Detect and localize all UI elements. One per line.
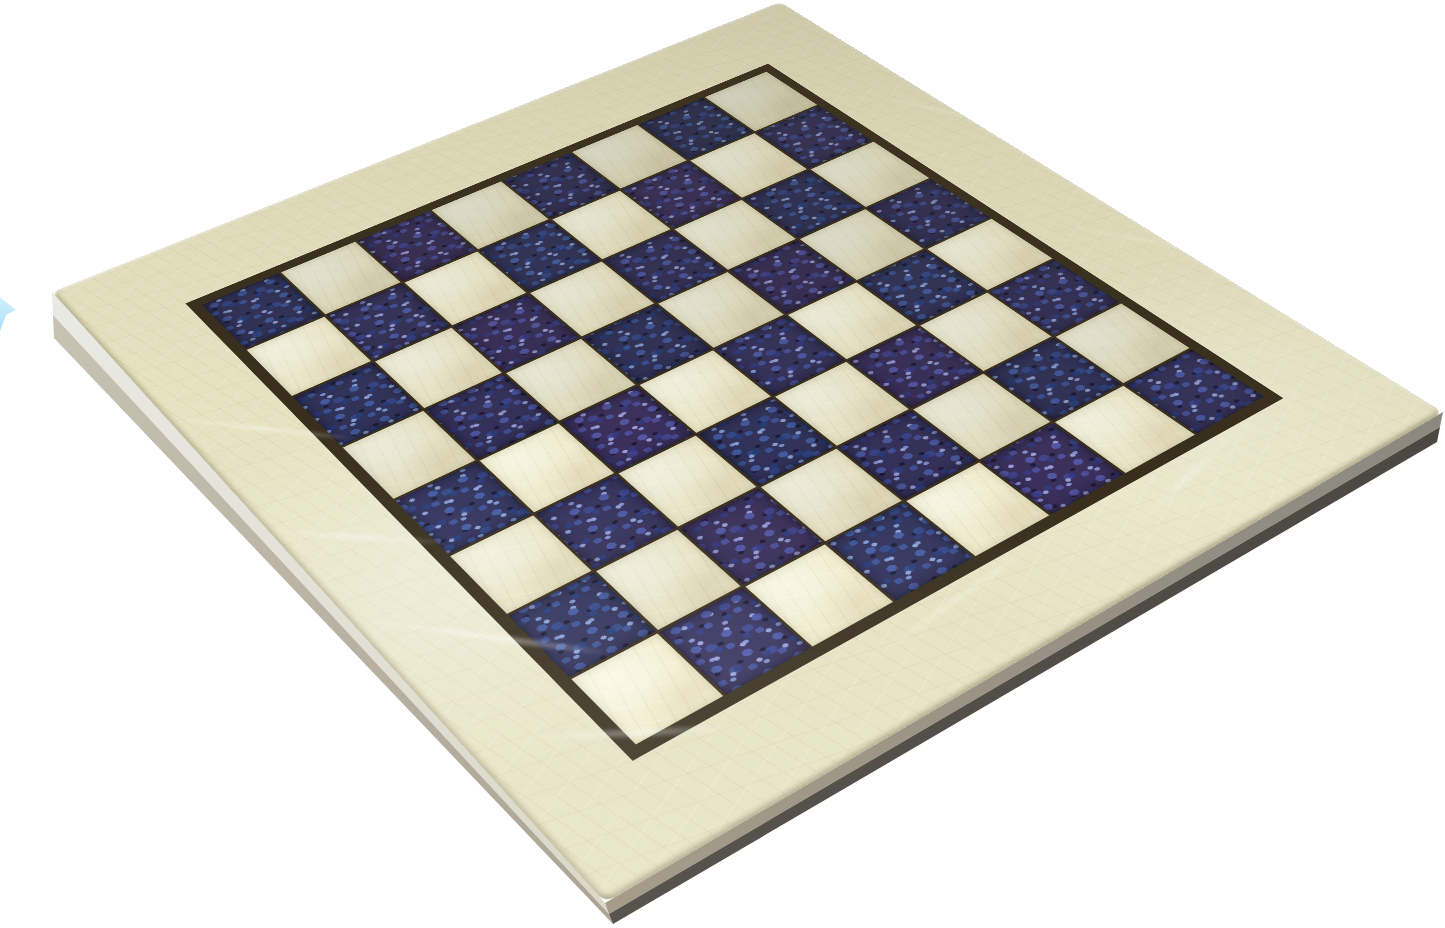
product-photo-scene bbox=[0, 0, 1445, 928]
